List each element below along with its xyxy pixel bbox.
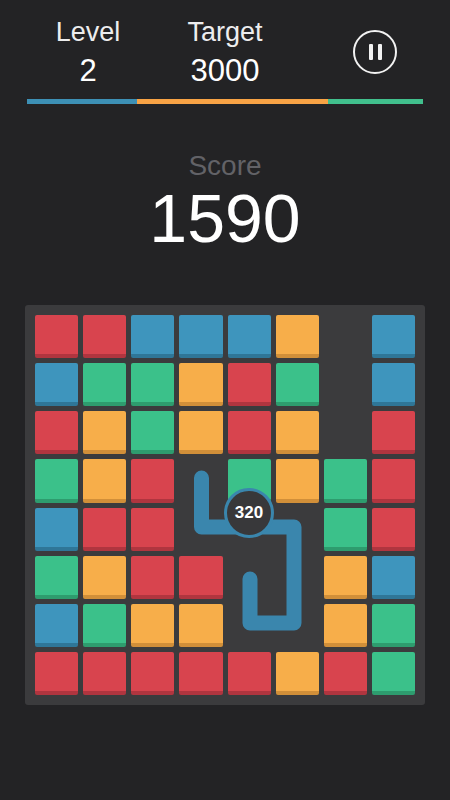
empty-cell: [228, 556, 271, 599]
tile-green[interactable]: [372, 604, 415, 647]
tile-blue[interactable]: [228, 315, 271, 358]
tile-red[interactable]: [83, 315, 126, 358]
tile-blue[interactable]: [372, 363, 415, 406]
score-label: Score: [0, 150, 450, 182]
tile-red[interactable]: [228, 411, 271, 454]
empty-cell: [324, 363, 367, 406]
tile-orange[interactable]: [276, 411, 319, 454]
tile-red[interactable]: [324, 652, 367, 695]
pause-icon: [369, 44, 373, 60]
target-block: Target 3000: [160, 18, 290, 89]
empty-cell: [324, 315, 367, 358]
path-score-badge: 320: [224, 488, 274, 538]
tile-green[interactable]: [83, 604, 126, 647]
tile-red[interactable]: [83, 652, 126, 695]
tile-orange[interactable]: [179, 411, 222, 454]
tile-red[interactable]: [35, 315, 78, 358]
tile-green[interactable]: [324, 459, 367, 502]
tile-orange[interactable]: [83, 459, 126, 502]
tile-orange[interactable]: [324, 556, 367, 599]
tile-green[interactable]: [372, 652, 415, 695]
tile-red[interactable]: [35, 411, 78, 454]
tile-green[interactable]: [35, 459, 78, 502]
tile-orange[interactable]: [131, 604, 174, 647]
tile-green[interactable]: [131, 363, 174, 406]
tile-red[interactable]: [83, 508, 126, 551]
tile-blue[interactable]: [35, 604, 78, 647]
tile-orange[interactable]: [83, 411, 126, 454]
tile-green[interactable]: [276, 363, 319, 406]
pause-icon: [378, 44, 382, 60]
tile-green[interactable]: [131, 411, 174, 454]
empty-cell: [276, 556, 319, 599]
game-screen: Level 2 Target 3000 Score 1590 320: [0, 0, 450, 800]
tile-red[interactable]: [179, 652, 222, 695]
tile-blue[interactable]: [35, 363, 78, 406]
level-block: Level 2: [38, 18, 138, 89]
tile-orange[interactable]: [276, 459, 319, 502]
empty-cell: [179, 508, 222, 551]
pause-button[interactable]: [353, 30, 397, 74]
tile-orange[interactable]: [179, 604, 222, 647]
tile-red[interactable]: [131, 508, 174, 551]
progress-segment-blue: [27, 99, 137, 104]
tile-orange[interactable]: [83, 556, 126, 599]
level-label: Level: [38, 18, 138, 48]
tile-red[interactable]: [131, 652, 174, 695]
tile-red[interactable]: [372, 508, 415, 551]
empty-cell: [179, 459, 222, 502]
tile-red[interactable]: [372, 459, 415, 502]
tile-green[interactable]: [35, 556, 78, 599]
tile-red[interactable]: [131, 556, 174, 599]
tile-blue[interactable]: [372, 556, 415, 599]
progress-segment-green: [328, 99, 423, 104]
tile-green[interactable]: [83, 363, 126, 406]
tile-red[interactable]: [35, 652, 78, 695]
target-label: Target: [160, 18, 290, 48]
tile-orange[interactable]: [276, 315, 319, 358]
tile-green[interactable]: [324, 508, 367, 551]
tile-red[interactable]: [228, 363, 271, 406]
level-value: 2: [38, 52, 138, 89]
target-value: 3000: [160, 52, 290, 89]
tile-orange[interactable]: [276, 652, 319, 695]
tile-orange[interactable]: [324, 604, 367, 647]
tile-red[interactable]: [131, 459, 174, 502]
tile-blue[interactable]: [35, 508, 78, 551]
empty-cell: [276, 604, 319, 647]
progress-segment-orange: [137, 99, 328, 104]
game-board: 320: [25, 305, 425, 705]
tile-red[interactable]: [228, 652, 271, 695]
score-value: 1590: [0, 184, 450, 252]
empty-cell: [228, 604, 271, 647]
tile-red[interactable]: [372, 411, 415, 454]
level-progress-bar: [27, 99, 423, 104]
tile-blue[interactable]: [179, 315, 222, 358]
empty-cell: [324, 411, 367, 454]
tile-blue[interactable]: [372, 315, 415, 358]
tile-blue[interactable]: [131, 315, 174, 358]
tile-red[interactable]: [179, 556, 222, 599]
empty-cell: [276, 508, 319, 551]
tile-orange[interactable]: [179, 363, 222, 406]
